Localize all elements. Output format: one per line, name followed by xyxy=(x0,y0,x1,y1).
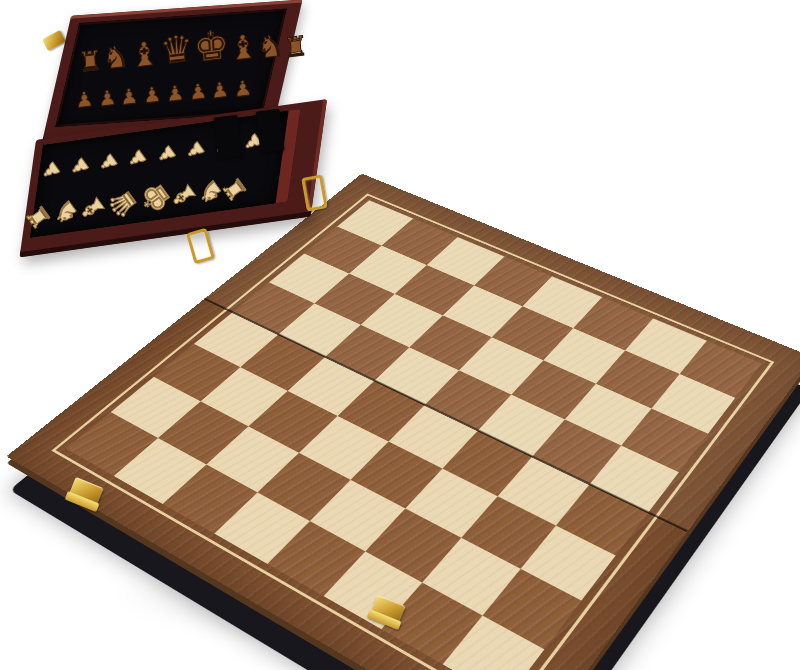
hinge-strap xyxy=(214,115,243,160)
stored-dark-pawn: ♟ xyxy=(74,89,94,112)
gold-hinge-icon xyxy=(42,30,66,51)
hinge-strap xyxy=(256,109,285,154)
stored-dark-queen: ♛ xyxy=(159,29,194,70)
stored-dark-pawn: ♟ xyxy=(210,79,230,102)
storage-box: ♜♞♝♛♚♝♞♜ ♟♟♟♟♟♟♟♟ ♟♟♟♟♟♟♟♟ ♜♞♝♛♚♝♞♜ xyxy=(4,4,352,270)
stored-dark-rook: ♜ xyxy=(77,46,103,76)
stored-dark-pawn: ♟ xyxy=(165,82,185,105)
stored-dark-knight: ♞ xyxy=(256,30,285,63)
stored-dark-king: ♚ xyxy=(192,24,230,68)
stored-dark-bishop: ♝ xyxy=(129,36,161,72)
stored-dark-pawn: ♟ xyxy=(142,84,162,107)
stored-dark-pawn: ♟ xyxy=(120,86,140,109)
stored-dark-pawn: ♟ xyxy=(97,87,117,110)
stored-dark-rook: ♜ xyxy=(283,32,309,62)
product-photo-scene: ♜♞♝♛♚♝♞♜♟♟♟♟♟♟♟♟♟♟♟♟♟♟♟♟♜♞♝♛♚♝♞♜ ♜♞♝♛♚♝♞… xyxy=(0,0,800,670)
gold-latch-icon xyxy=(186,228,215,265)
gold-latch-icon xyxy=(301,174,328,211)
stored-dark-pawn: ♟ xyxy=(233,78,253,101)
stored-dark-knight: ♞ xyxy=(102,41,131,74)
stored-dark-pawn: ♟ xyxy=(188,81,208,104)
stored-dark-bishop: ♝ xyxy=(227,29,259,65)
